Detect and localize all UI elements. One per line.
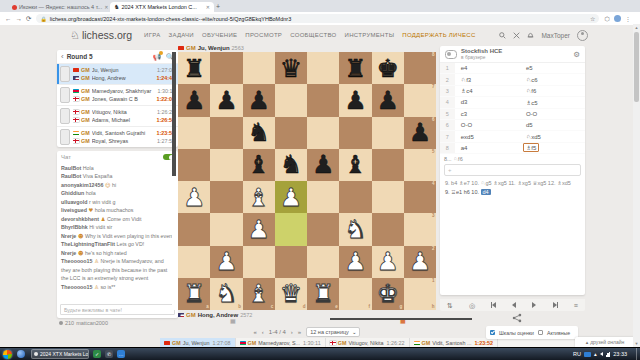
square-h8[interactable]: 8 (404, 52, 436, 84)
nav-item-donate[interactable]: ПОДДЕРЖАТЬ ЛИЧЕСС (402, 32, 475, 38)
chat-messages: RaulBot HolaRaulBot Viva Españaanonyakim… (57, 163, 178, 302)
square-d8[interactable]: ♛ (275, 52, 307, 84)
broadcast-horn-icon[interactable]: 📢 (153, 53, 161, 61)
chat-username[interactable]: ulluavgold (61, 199, 88, 205)
move-row: 5c3O-O (440, 109, 585, 120)
show-desktop-button[interactable] (636, 348, 640, 360)
player-name: Hong, Andrew (92, 75, 155, 81)
square-c7[interactable]: ♟ (243, 84, 275, 116)
browser-profile-avatar[interactable] (614, 15, 621, 22)
flag-en-icon (73, 110, 79, 114)
square-e6[interactable] (307, 117, 339, 149)
prev-page-icon[interactable]: ‹ (262, 329, 264, 335)
active-label: Активные (547, 330, 570, 336)
rank-label: 3 (432, 214, 435, 219)
white-piece-p: ♟ (344, 249, 366, 274)
square-d4[interactable]: ♟ (275, 181, 307, 213)
variation-note[interactable]: 8... ♘f6 (440, 154, 585, 163)
language-indicator[interactable]: RU (573, 351, 581, 357)
white-piece-b: ♝ (247, 185, 269, 210)
nav-item[interactable]: ИНСТРУМЕНТЫ (345, 32, 395, 38)
player-line: GMAdams, Michael1:26:50 (73, 116, 175, 124)
square-c5[interactable]: ♝ (243, 149, 275, 181)
lock-icon: 🔒 (40, 16, 46, 22)
black-move-text[interactable]: d5 (526, 122, 533, 128)
player-name: Vitiugov, Nikita (348, 340, 383, 346)
black-move-text[interactable]: O-O (526, 111, 537, 117)
file-label: a (206, 305, 209, 310)
nav-item[interactable]: ИГРА (144, 32, 160, 38)
first-page-icon[interactable]: « (254, 329, 257, 335)
black-move[interactable]: ♘xd5 (520, 133, 585, 140)
square-a4[interactable]: ♟ (178, 181, 210, 213)
window-favicon (34, 352, 38, 356)
square-a3[interactable] (178, 213, 210, 245)
lichess-logo[interactable]: ♘ lichess.org (70, 29, 132, 42)
file-label: e (335, 305, 338, 310)
square-g2[interactable]: ♟ (372, 246, 404, 278)
white-piece-p: ♟ (280, 185, 302, 210)
file-label: d (303, 305, 306, 310)
eval-scale-checkbox[interactable] (490, 330, 495, 335)
patron-icon: ♙ (93, 284, 99, 290)
square-f4[interactable] (339, 181, 371, 213)
boards-pager: « ‹ 1-4 / 4 › » 12 на страницу ⌄ (178, 326, 436, 337)
current-move[interactable]: d4 (481, 189, 491, 195)
analysis-toolbar: ⇅ ◎ ≡ (440, 299, 585, 311)
url-input[interactable]: 🔒 lichess.org/broadcast/2024-xtx-markets… (36, 14, 599, 23)
scroll-down-icon[interactable]: ▼ (633, 340, 640, 347)
white-move[interactable]: ♗c4 (455, 87, 520, 94)
square-h3[interactable]: 3 (404, 213, 436, 245)
search-icon[interactable] (499, 32, 506, 39)
top-player-bar: GM Ju, Wenjun 2563 (178, 43, 436, 52)
system-tray: RU ▴ 23:33 (573, 351, 627, 357)
player-line: GMVidit, Santosh Gujrathi1:23:52 (73, 129, 175, 137)
notification-badge (159, 51, 163, 55)
square-f5[interactable]: ♝ (339, 149, 371, 181)
square-c1[interactable]: ♝c (243, 278, 275, 310)
friends-online-bar[interactable]: ▴ друзей онлайн (575, 337, 635, 347)
share-icon[interactable] (512, 313, 522, 323)
ticker-game[interactable]: GMVidit, Santosh ...1:23:52 (410, 338, 498, 347)
move-table: 1e4e52♘f3♘c63♗c4♘f64d3♗c55c3O-O6O-Od57ex… (440, 63, 585, 154)
player-title: GM (81, 75, 90, 81)
black-move[interactable]: d5 (520, 122, 585, 128)
bottom-player-rating: 2572 (240, 312, 252, 318)
square-d6[interactable] (275, 117, 307, 149)
white-piece-p: ♟ (376, 249, 398, 274)
square-c3[interactable]: ♟ (243, 213, 275, 245)
move-row: 3♗c4♘f6 (440, 86, 585, 97)
square-g8[interactable]: ♚ (372, 52, 404, 84)
square-b8[interactable] (210, 52, 242, 84)
square-b7[interactable]: ♟ (210, 84, 242, 116)
square-h4[interactable]: 4 (404, 181, 436, 213)
square-g7[interactable]: ♟ (372, 84, 404, 116)
page-range: 1-4 / 4 (269, 329, 286, 335)
patron-icon: ☻ (76, 250, 83, 256)
forward-icon[interactable]: → (16, 15, 23, 23)
active-tab-underline (330, 318, 472, 320)
nav-item[interactable]: ПРОСМОТР (245, 32, 282, 38)
chat-message: Ghiddiun hola (61, 189, 174, 197)
move-row: 2♘f3♘c6 (440, 74, 585, 85)
taskbar-phone-icon[interactable]: ✆ (105, 350, 113, 358)
square-h1[interactable]: 1h (404, 278, 436, 310)
knight-logo-icon: ♘ (70, 29, 80, 42)
black-piece-p: ♟ (344, 88, 366, 113)
chat-username[interactable]: anonyakim12456 (61, 182, 103, 188)
move-number: 3 (440, 86, 455, 96)
square-h5[interactable]: 5 (404, 149, 436, 181)
flag-en-icon (73, 97, 79, 101)
chat-username[interactable]: devorshkbhent (61, 216, 99, 222)
player-title: GM (186, 45, 196, 51)
bookmark-star-icon[interactable]: ☆ (590, 15, 595, 22)
menu-icon[interactable]: ≡ (574, 302, 578, 309)
file-label: h (432, 305, 435, 310)
challenge-swords-icon[interactable] (513, 32, 520, 39)
black-move[interactable]: ♘f6 (520, 87, 585, 94)
square-a5[interactable] (178, 149, 210, 181)
browser-tab-lichess[interactable]: ♞ 2024 XTX Markets London C... ✕ (110, 2, 214, 12)
square-b2[interactable]: ♟ (210, 246, 242, 278)
prev-move-icon[interactable] (512, 302, 516, 308)
game-list-item[interactable]: GMMamedyarov, Shakhriyar1:30:11GMJones, … (57, 84, 178, 105)
player-name: Mamedyarov, S... (258, 340, 300, 346)
square-f7[interactable]: ♟ (339, 84, 371, 116)
flag-en-icon (73, 118, 79, 122)
refresh-icon[interactable]: ⟳ (26, 15, 31, 23)
close-tab-icon[interactable]: ✕ (104, 4, 108, 10)
taskbar-chat-icon[interactable]: … (117, 350, 125, 358)
white-piece-r: ♜ (312, 281, 334, 306)
game-list-item[interactable]: GMJu, Wenjun1:27:08GMHong, Andrew1:24:44 (57, 63, 178, 84)
new-tab-button[interactable]: + (216, 3, 220, 10)
square-g4[interactable] (372, 181, 404, 213)
keyboard-layout-icon[interactable] (584, 352, 591, 357)
square-e3[interactable] (307, 213, 339, 245)
square-a1[interactable]: ♜a (178, 278, 210, 310)
last-page-icon[interactable]: » (298, 329, 301, 335)
chat-message: devorshkbhent ♟ Come om Vidit (61, 215, 174, 223)
eval-gauge (172, 52, 176, 310)
square-e5[interactable]: ♟ (307, 149, 339, 181)
rank-label: 6 (432, 118, 435, 123)
chat-username[interactable]: TheLightningTitanFlit (61, 241, 115, 247)
square-h6[interactable]: ♟6 (404, 117, 436, 149)
back-icon[interactable]: ← (5, 15, 12, 23)
yandex-favicon (12, 5, 17, 10)
move-row: 6O-Od5 (440, 120, 585, 131)
chat-username[interactable]: Theooooo15 (61, 284, 93, 290)
mini-board-thumb (60, 66, 70, 82)
tab-overview-icon[interactable]: ▦ (230, 318, 236, 324)
close-tab-icon[interactable]: ✕ (206, 4, 210, 10)
black-move[interactable]: e5 (520, 65, 585, 71)
chat-username[interactable]: BhyrlBbhk (61, 224, 88, 230)
square-a2[interactable] (178, 246, 210, 278)
player-line: GMHong, Andrew1:24:44 (73, 74, 175, 82)
square-d1[interactable]: ♛d (275, 278, 307, 310)
square-g3[interactable] (372, 213, 404, 245)
ticker-game[interactable]: GMVitiugov, Nikita1:26:22 (326, 338, 410, 347)
chat-username[interactable]: liveisgued (61, 207, 87, 213)
square-f8[interactable]: ♜ (339, 52, 371, 84)
engine-name: Stockfish HCE (461, 48, 502, 55)
square-f6[interactable] (339, 117, 371, 149)
game-players: GMJu, Wenjun1:27:08GMHong, Andrew1:24:44 (73, 66, 175, 82)
clock: 23:33 (613, 351, 627, 357)
flag-az-icon (240, 341, 246, 345)
volume-icon[interactable] (600, 352, 603, 356)
square-c2[interactable] (243, 246, 275, 278)
square-d3[interactable] (275, 213, 307, 245)
game-players: GMVidit, Santosh Gujrathi1:23:52GMRoyal,… (73, 129, 175, 145)
white-move[interactable]: c3 (455, 111, 520, 117)
black-move-text[interactable]: ♗f5 (523, 143, 539, 152)
square-a8[interactable]: ♜ (178, 52, 210, 84)
square-e7[interactable] (307, 84, 339, 116)
player-clock: 1:30:11 (303, 340, 321, 346)
nav-item[interactable]: ОБУЧЕНИЕ (202, 32, 237, 38)
chevron-down-icon: ⌄ (352, 329, 357, 335)
black-move-text[interactable]: ♗c5 (526, 100, 538, 106)
black-piece-b: ♝ (247, 152, 269, 177)
move-number: 8 (440, 143, 455, 153)
player-title: GM (422, 340, 431, 346)
chat-message: ulluavgold r win vidit g (61, 198, 174, 206)
network-icon[interactable] (606, 352, 611, 357)
player-line: GMJu, Wenjun1:27:08 (73, 66, 175, 74)
browser-tab-yandex[interactable]: Иконки — Яндекс: нашлось 4 т... ✕ (8, 2, 112, 12)
square-g6[interactable] (372, 117, 404, 149)
notifications-bell-icon[interactable] (527, 32, 534, 39)
square-e4[interactable] (307, 181, 339, 213)
chat-title: Чат (61, 154, 71, 160)
white-piece-n: ♞ (344, 217, 366, 242)
chat-message: RaulBot Viva España (61, 172, 174, 180)
chat-message: Nrerje ☻ Why is Vidit even playing in th… (61, 232, 174, 240)
white-piece-q: ♛ (280, 281, 302, 306)
start-button[interactable] (3, 350, 12, 359)
player-title: GM (81, 130, 90, 136)
square-b5[interactable] (210, 149, 242, 181)
next-move-icon[interactable] (532, 302, 536, 308)
chat-username[interactable]: Nrerje (61, 250, 76, 256)
tray-caret-icon[interactable]: ▴ (594, 351, 597, 357)
player-name: Royal, Shreyas (92, 138, 155, 144)
game-list-item[interactable]: GMVidit, Santosh Gujrathi1:23:52GMRoyal,… (57, 126, 178, 147)
square-h2[interactable]: ♟2 (404, 246, 436, 278)
move-row: 1e4e5 (440, 63, 585, 74)
square-e2[interactable] (307, 246, 339, 278)
mainline-moves[interactable]: 9. ♖e1 h6 10. (445, 189, 479, 195)
white-move[interactable]: exd5 (455, 134, 520, 140)
flip-board-icon[interactable]: ⇅ (447, 302, 453, 309)
username[interactable]: MaxToper (541, 32, 570, 39)
white-move[interactable]: a4 (455, 145, 520, 151)
rank-label: 2 (432, 247, 435, 252)
move-number: 6 (440, 120, 455, 130)
eval-gauge-white (172, 176, 176, 310)
chat-username[interactable]: Ghiddiun (61, 190, 84, 196)
games-list: GMJu, Wenjun1:27:08GMHong, Andrew1:24:44… (57, 63, 178, 147)
white-piece-p: ♟ (215, 249, 237, 274)
black-move-text[interactable]: ♘c6 (526, 77, 538, 83)
square-b1[interactable]: ♞b (210, 278, 242, 310)
black-piece-r: ♜ (344, 56, 366, 81)
black-piece-p: ♟ (183, 88, 205, 113)
nav-item[interactable]: ЗАДАЧИ (168, 32, 194, 38)
browser-tab-bar: Иконки — Яндекс: нашлось 4 т... ✕ ♞ 2024… (0, 0, 640, 12)
square-g1[interactable]: ♚g (372, 278, 404, 310)
move-number: 5 (440, 109, 455, 119)
next-page-icon[interactable]: › (291, 329, 293, 335)
file-label: b (238, 305, 241, 310)
chat-message: anonyakim12456 ☺ hi (61, 181, 174, 189)
black-move[interactable]: O-O (520, 111, 585, 117)
taskbar-check-icon[interactable]: ✓ (93, 350, 101, 358)
ticker-game[interactable]: GMJu, Wenjun1:27:08 (160, 338, 236, 347)
screen: Иконки — Яндекс: нашлось 4 т... ✕ ♞ 2024… (0, 0, 640, 360)
square-a7[interactable]: ♟ (178, 84, 210, 116)
square-c4[interactable]: ♝ (243, 181, 275, 213)
ticker-game[interactable]: GMMamedyarov, S...1:30:11 (236, 338, 326, 347)
black-move-text[interactable]: ♘f6 (526, 88, 536, 94)
game-players: GMVitiugov, Nikita1:26:22GMAdams, Michae… (73, 108, 175, 124)
black-move-text[interactable]: e5 (526, 65, 533, 71)
square-f2[interactable]: ♟ (339, 246, 371, 278)
flag-us-icon (178, 313, 184, 317)
black-move[interactable]: ♘c6 (520, 76, 585, 83)
tab-title: 2024 XTX Markets London C... (121, 4, 197, 10)
white-piece-n: ♞ (215, 281, 237, 306)
square-a6[interactable] (178, 117, 210, 149)
player-title: GM (338, 340, 347, 346)
spectators-count: 210 (65, 320, 74, 326)
chat-message: Theooooo15 ♙ so is** (61, 283, 174, 291)
player-title: GM (81, 138, 90, 144)
rank-label: 1 (432, 279, 435, 284)
mini-board-thumb (60, 87, 70, 103)
mini-board-thumb (60, 129, 70, 145)
square-f3[interactable]: ♞ (339, 213, 371, 245)
white-piece-b: ♝ (247, 281, 269, 306)
lichess-favicon: ♞ (114, 4, 119, 10)
square-d5[interactable]: ♞ (275, 149, 307, 181)
back-chevron-icon[interactable]: ‹ (61, 52, 64, 61)
first-move-icon[interactable] (491, 302, 496, 308)
square-b4[interactable] (210, 181, 242, 213)
patron-icon: ♙ (93, 258, 99, 264)
rank-label: 8 (432, 53, 435, 58)
white-move[interactable]: O-O (455, 122, 520, 128)
user-avatar[interactable] (577, 30, 588, 41)
browser-menu-icon[interactable]: ⋮ (625, 15, 631, 22)
flag-us-icon (73, 76, 79, 80)
square-d2[interactable] (275, 246, 307, 278)
player-name: Ju, Wenjun (92, 67, 155, 73)
per-page-select[interactable]: 12 на страницу ⌄ (306, 327, 360, 337)
player-clock: 1:26:22 (387, 340, 405, 346)
chat-message: TheLightningTitanFlit Lets go VD! (61, 240, 174, 248)
square-f1[interactable]: f (339, 278, 371, 310)
white-move[interactable]: d3 (455, 99, 520, 105)
player-name: Vidit, Santosh Gujrathi (92, 130, 155, 136)
last-move-icon[interactable] (553, 302, 558, 308)
extensions-puzzle-icon[interactable]: ⬡ (604, 15, 609, 22)
black-piece-k: ♚ (376, 56, 398, 81)
top-player-name: Ju, Wenjun (198, 45, 230, 51)
black-move-text[interactable]: ♘xd5 (526, 134, 541, 140)
chat-username[interactable]: Nrerje (61, 233, 76, 239)
chat-username[interactable]: RaulBot (61, 173, 81, 179)
black-piece-q: ♛ (280, 56, 302, 81)
black-move[interactable]: ♗c5 (520, 99, 585, 106)
scroll-up-icon[interactable]: ▲ (633, 24, 640, 31)
active-checkbox[interactable] (538, 330, 543, 335)
flag-cn-icon (178, 46, 184, 50)
move-row: 4d3♗c5 (440, 97, 585, 108)
player-title: GM (81, 88, 90, 94)
cycle-icon[interactable]: ◎ (469, 302, 475, 309)
comment-box[interactable]: + (444, 164, 581, 176)
page-scrollbar[interactable]: ▲ ▼ (633, 24, 640, 347)
game-list-item[interactable]: GMVitiugov, Nikita1:26:22GMAdams, Michae… (57, 105, 178, 126)
square-b6[interactable] (210, 117, 242, 149)
square-g5[interactable] (372, 149, 404, 181)
taskbar-browser-icon[interactable] (17, 350, 25, 358)
black-move[interactable]: ♗f5 (520, 143, 585, 152)
square-e8[interactable] (307, 52, 339, 84)
move-number: 4 (440, 97, 455, 107)
square-c6[interactable]: ♞ (243, 117, 275, 149)
white-piece-k: ♚ (376, 281, 398, 306)
flag-cn-icon (73, 68, 79, 72)
square-e1[interactable]: ♜e (307, 278, 339, 310)
square-h7[interactable]: 7 (404, 84, 436, 116)
white-move[interactable]: e4 (455, 65, 520, 71)
chat-message: Nrerje ☻ he's so high rated (61, 249, 174, 257)
chat-input[interactable]: Будьте вежливы в чате! (60, 304, 175, 315)
nav-item[interactable]: СООБЩЕСТВО (290, 32, 336, 38)
chat-panel: Чат RaulBot HolaRaulBot Viva Españaanony… (57, 151, 178, 318)
player-title: GM (81, 109, 90, 115)
engine-toggle[interactable] (445, 50, 457, 59)
chat-message: liveisgued ♥ hola muchachos (61, 206, 174, 214)
chat-username[interactable]: RaulBot (61, 165, 81, 171)
black-piece-n: ♞ (280, 152, 302, 177)
variation-line[interactable]: 9. b4 ♗e7 10. ♘g5 ♗xg5 11. ♗xg5 ♕xg5 12.… (445, 179, 580, 188)
chat-username[interactable]: Theooooo15 (61, 258, 93, 264)
square-d7[interactable] (275, 84, 307, 116)
scrollbar-thumb[interactable] (634, 32, 639, 102)
spectator-name[interactable]: mattcan2000 (76, 320, 108, 326)
taskbar-window-button[interactable]: 2024 XTX Markets Lo... (31, 349, 89, 359)
square-b3[interactable] (210, 213, 242, 245)
white-move[interactable]: ♘f3 (455, 76, 520, 83)
player-name: Jones, Gawain C B (92, 96, 155, 102)
player-title: GM (81, 96, 90, 102)
black-piece-p: ♟ (376, 88, 398, 113)
spectators-icon (59, 321, 63, 325)
gear-icon[interactable]: ⚙ (573, 50, 580, 59)
player-title: GM (81, 117, 90, 123)
square-c8[interactable] (243, 52, 275, 84)
flag-en-icon (73, 139, 79, 143)
